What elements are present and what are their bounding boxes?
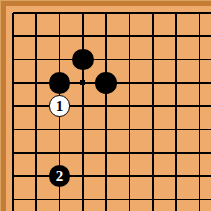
board-intersection xyxy=(118,118,141,141)
black-stone-move-2: 2 xyxy=(49,165,71,187)
grid-line-vertical xyxy=(82,188,84,211)
grid-line-vertical xyxy=(12,25,14,48)
board-intersection xyxy=(164,188,187,211)
grid-line-vertical xyxy=(12,48,14,71)
board-intersection xyxy=(71,1,94,24)
grid-line-vertical xyxy=(82,13,84,25)
board-intersection xyxy=(1,71,24,94)
board-intersection xyxy=(95,1,118,24)
grid-line-vertical xyxy=(152,48,154,71)
board-intersection xyxy=(188,118,211,141)
grid-line-vertical xyxy=(59,13,61,25)
grid-line-vertical xyxy=(35,48,37,71)
grid-line-horizontal xyxy=(13,35,25,37)
grid-line-vertical xyxy=(199,48,201,71)
board-intersection xyxy=(48,1,71,24)
board-intersection xyxy=(164,141,187,164)
grid-line-vertical xyxy=(35,71,37,94)
board-intersection xyxy=(95,118,118,141)
grid-line-vertical xyxy=(175,141,177,164)
grid-line-vertical xyxy=(59,25,61,48)
grid-line-vertical xyxy=(12,95,14,118)
grid-line-vertical xyxy=(199,71,201,94)
go-board-diagram: 12 xyxy=(0,0,211,211)
board-intersection xyxy=(95,141,118,164)
board-intersection xyxy=(141,118,164,141)
board-intersection xyxy=(95,95,118,118)
grid-line-vertical xyxy=(129,48,131,71)
grid-line-horizontal xyxy=(13,152,25,154)
grid-line-vertical xyxy=(152,118,154,141)
board-intersection xyxy=(1,164,24,187)
board-intersection xyxy=(25,71,48,94)
grid-line-vertical xyxy=(105,188,107,211)
board-intersection xyxy=(118,1,141,24)
board-intersection xyxy=(141,141,164,164)
grid-line-horizontal xyxy=(13,129,25,131)
board-intersection xyxy=(25,1,48,24)
board-intersection xyxy=(164,71,187,94)
grid-line-vertical xyxy=(129,13,131,25)
grid-line-vertical xyxy=(175,71,177,94)
board-intersection xyxy=(25,118,48,141)
grid-line-vertical xyxy=(105,141,107,164)
grid-line-vertical xyxy=(82,118,84,141)
board-intersection xyxy=(188,164,211,187)
board-intersection xyxy=(25,25,48,48)
grid-line-vertical xyxy=(175,48,177,71)
grid-line-vertical xyxy=(35,188,37,211)
grid-line-vertical xyxy=(152,141,154,164)
board-intersection xyxy=(141,71,164,94)
black-stone xyxy=(95,72,117,94)
board-intersection xyxy=(164,1,187,24)
grid-line-vertical xyxy=(12,188,14,211)
board-intersection xyxy=(141,95,164,118)
board-intersection xyxy=(1,118,24,141)
board-intersection xyxy=(71,141,94,164)
grid-line-vertical xyxy=(82,164,84,187)
grid-line-vertical xyxy=(129,25,131,48)
board-intersection xyxy=(25,164,48,187)
grid-line-vertical xyxy=(12,164,14,187)
grid-line-vertical xyxy=(129,188,131,211)
grid-line-vertical xyxy=(82,95,84,118)
grid-line-vertical xyxy=(105,118,107,141)
board-intersection xyxy=(48,48,71,71)
board-intersection xyxy=(25,141,48,164)
grid-line-vertical xyxy=(59,118,61,141)
grid-line-vertical xyxy=(82,141,84,164)
grid-line-vertical xyxy=(12,71,14,94)
black-stone xyxy=(72,49,94,71)
black-stone xyxy=(49,72,71,94)
grid-line-vertical xyxy=(175,95,177,118)
board-intersection xyxy=(95,48,118,71)
board-intersection xyxy=(118,141,141,164)
board-intersection xyxy=(188,188,211,211)
board-intersection xyxy=(25,48,48,71)
board-intersection xyxy=(48,71,71,94)
grid-line-vertical xyxy=(152,188,154,211)
grid-line-horizontal xyxy=(13,12,25,14)
board-intersection xyxy=(188,1,211,24)
grid-line-horizontal xyxy=(13,82,25,84)
grid-line-horizontal xyxy=(13,59,25,61)
grid-line-vertical xyxy=(105,164,107,187)
grid-line-horizontal xyxy=(13,175,25,177)
move-number-label: 1 xyxy=(56,99,64,114)
grid-line-vertical xyxy=(152,95,154,118)
grid-line-vertical xyxy=(12,13,14,25)
grid-line-vertical xyxy=(175,164,177,187)
board-intersection xyxy=(1,1,24,24)
grid-line-vertical xyxy=(199,188,201,211)
grid-line-vertical xyxy=(105,13,107,25)
board-intersection xyxy=(188,25,211,48)
board-intersection xyxy=(141,188,164,211)
grid-line-vertical xyxy=(129,71,131,94)
board-intersection xyxy=(71,71,94,94)
board-intersection xyxy=(48,118,71,141)
board-intersection xyxy=(71,95,94,118)
grid-line-vertical xyxy=(105,48,107,71)
star-point xyxy=(80,80,85,85)
grid-line-vertical xyxy=(199,141,201,164)
grid-line-vertical xyxy=(175,188,177,211)
board-intersection xyxy=(71,25,94,48)
grid-line-vertical xyxy=(199,13,201,25)
grid-line-horizontal xyxy=(13,199,25,201)
grid-line-vertical xyxy=(129,95,131,118)
board-intersection xyxy=(188,48,211,71)
grid-line-vertical xyxy=(82,25,84,48)
board-intersection xyxy=(118,164,141,187)
grid-line-vertical xyxy=(152,13,154,25)
grid-line-vertical xyxy=(35,13,37,25)
grid-line-vertical xyxy=(105,95,107,118)
grid-line-vertical xyxy=(12,141,14,164)
board-intersection xyxy=(141,1,164,24)
grid-line-vertical xyxy=(129,118,131,141)
grid-line-vertical xyxy=(59,188,61,211)
grid-line-vertical xyxy=(175,13,177,25)
grid-line-vertical xyxy=(199,164,201,187)
grid-line-vertical xyxy=(152,164,154,187)
grid-line-vertical xyxy=(199,118,201,141)
white-stone-move-1: 1 xyxy=(49,95,71,117)
board-intersection xyxy=(71,118,94,141)
grid-line-vertical xyxy=(105,25,107,48)
board-intersection xyxy=(118,25,141,48)
board-intersection xyxy=(118,188,141,211)
board-intersection xyxy=(95,71,118,94)
grid-line-vertical xyxy=(35,95,37,118)
go-board-grid: 12 xyxy=(1,1,211,211)
board-intersection xyxy=(71,188,94,211)
grid-line-vertical xyxy=(35,141,37,164)
board-intersection xyxy=(141,164,164,187)
board-intersection xyxy=(118,95,141,118)
board-intersection xyxy=(164,164,187,187)
board-intersection xyxy=(1,141,24,164)
board-intersection xyxy=(118,71,141,94)
grid-line-vertical xyxy=(59,48,61,71)
grid-line-vertical xyxy=(152,71,154,94)
board-intersection xyxy=(71,48,94,71)
grid-line-vertical xyxy=(152,25,154,48)
grid-line-vertical xyxy=(199,95,201,118)
move-number-label: 2 xyxy=(56,169,64,184)
board-intersection xyxy=(71,164,94,187)
board-intersection xyxy=(48,25,71,48)
board-intersection xyxy=(95,188,118,211)
grid-line-horizontal xyxy=(13,105,25,107)
board-intersection xyxy=(188,141,211,164)
board-intersection xyxy=(95,164,118,187)
board-intersection xyxy=(141,48,164,71)
board-intersection xyxy=(48,188,71,211)
board-intersection xyxy=(164,48,187,71)
grid-line-vertical xyxy=(175,118,177,141)
grid-line-vertical xyxy=(59,141,61,164)
board-intersection xyxy=(95,25,118,48)
grid-line-vertical xyxy=(129,141,131,164)
grid-line-vertical xyxy=(35,118,37,141)
grid-line-vertical xyxy=(12,118,14,141)
board-intersection xyxy=(141,25,164,48)
board-intersection xyxy=(25,188,48,211)
grid-line-vertical xyxy=(35,25,37,48)
board-intersection xyxy=(1,25,24,48)
board-intersection xyxy=(25,95,48,118)
grid-line-vertical xyxy=(175,25,177,48)
board-intersection xyxy=(164,95,187,118)
grid-line-vertical xyxy=(35,164,37,187)
board-intersection xyxy=(164,118,187,141)
board-intersection xyxy=(48,141,71,164)
board-intersection xyxy=(164,25,187,48)
grid-line-vertical xyxy=(199,25,201,48)
board-intersection xyxy=(1,95,24,118)
grid-line-vertical xyxy=(129,164,131,187)
board-intersection xyxy=(188,71,211,94)
board-intersection: 2 xyxy=(48,164,71,187)
board-intersection xyxy=(118,48,141,71)
board-intersection xyxy=(1,48,24,71)
board-intersection xyxy=(188,95,211,118)
board-intersection xyxy=(1,188,24,211)
board-intersection: 1 xyxy=(48,95,71,118)
